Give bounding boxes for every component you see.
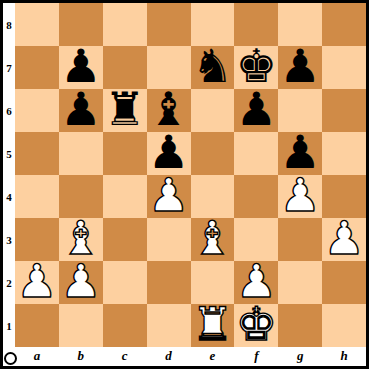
square-a2[interactable]: ♟ bbox=[15, 261, 59, 304]
square-e5[interactable] bbox=[191, 132, 235, 175]
square-c8[interactable] bbox=[103, 3, 147, 46]
square-c3[interactable] bbox=[103, 218, 147, 261]
square-e6[interactable] bbox=[191, 89, 235, 132]
rank-label-3: 3 bbox=[3, 218, 15, 261]
white-pawn: ♟ bbox=[60, 260, 101, 303]
file-label-a: a bbox=[15, 347, 59, 366]
file-labels: abcdefgh bbox=[15, 347, 366, 366]
square-h3[interactable]: ♟ bbox=[322, 218, 366, 261]
square-c5[interactable] bbox=[103, 132, 147, 175]
rank-label-1: 1 bbox=[3, 304, 15, 347]
square-a7[interactable] bbox=[15, 46, 59, 89]
file-label-g: g bbox=[278, 347, 322, 366]
square-d8[interactable] bbox=[147, 3, 191, 46]
square-a5[interactable] bbox=[15, 132, 59, 175]
square-f6[interactable]: ♟ bbox=[234, 89, 278, 132]
rank-label-7: 7 bbox=[3, 46, 15, 89]
square-g7[interactable]: ♟ bbox=[278, 46, 322, 89]
white-to-move-indicator bbox=[4, 352, 17, 365]
rank-labels: 87654321 bbox=[3, 3, 15, 347]
file-label-f: f bbox=[234, 347, 278, 366]
square-c6[interactable]: ♜ bbox=[103, 89, 147, 132]
black-rook: ♜ bbox=[104, 88, 145, 131]
white-rook: ♜ bbox=[192, 303, 233, 346]
black-pawn: ♟ bbox=[236, 88, 277, 131]
square-h6[interactable] bbox=[322, 89, 366, 132]
square-g1[interactable] bbox=[278, 304, 322, 347]
rank-label-8: 8 bbox=[3, 3, 15, 46]
white-bishop: ♝ bbox=[192, 217, 233, 260]
square-h1[interactable] bbox=[322, 304, 366, 347]
square-h5[interactable] bbox=[322, 132, 366, 175]
square-d3[interactable] bbox=[147, 218, 191, 261]
white-pawn: ♟ bbox=[148, 174, 189, 217]
chess-diagram: 87654321 ♟♞♚♟♟♜♝♟♟♟♟♟♝♝♟♟♟♟♜♚ abcdefgh bbox=[0, 0, 369, 369]
file-label-e: e bbox=[191, 347, 235, 366]
square-b6[interactable]: ♟ bbox=[59, 89, 103, 132]
file-label-c: c bbox=[103, 347, 147, 366]
white-pawn: ♟ bbox=[323, 217, 364, 260]
square-a4[interactable] bbox=[15, 175, 59, 218]
square-a6[interactable] bbox=[15, 89, 59, 132]
square-d1[interactable] bbox=[147, 304, 191, 347]
white-pawn: ♟ bbox=[280, 174, 321, 217]
black-pawn: ♟ bbox=[280, 45, 321, 88]
square-g2[interactable] bbox=[278, 261, 322, 304]
rank-label-5: 5 bbox=[3, 132, 15, 175]
square-a8[interactable] bbox=[15, 3, 59, 46]
square-e1[interactable]: ♜ bbox=[191, 304, 235, 347]
square-e3[interactable]: ♝ bbox=[191, 218, 235, 261]
white-king: ♚ bbox=[236, 303, 277, 346]
square-c2[interactable] bbox=[103, 261, 147, 304]
rank-label-2: 2 bbox=[3, 261, 15, 304]
file-label-b: b bbox=[59, 347, 103, 366]
chess-board: ♟♞♚♟♟♜♝♟♟♟♟♟♝♝♟♟♟♟♜♚ bbox=[15, 3, 366, 347]
square-d4[interactable]: ♟ bbox=[147, 175, 191, 218]
square-b1[interactable] bbox=[59, 304, 103, 347]
square-f1[interactable]: ♚ bbox=[234, 304, 278, 347]
square-h8[interactable] bbox=[322, 3, 366, 46]
rank-label-4: 4 bbox=[3, 175, 15, 218]
square-f4[interactable] bbox=[234, 175, 278, 218]
square-h7[interactable] bbox=[322, 46, 366, 89]
square-g4[interactable]: ♟ bbox=[278, 175, 322, 218]
square-c1[interactable] bbox=[103, 304, 147, 347]
rank-label-6: 6 bbox=[3, 89, 15, 132]
square-g3[interactable] bbox=[278, 218, 322, 261]
square-d2[interactable] bbox=[147, 261, 191, 304]
square-e7[interactable]: ♞ bbox=[191, 46, 235, 89]
square-a1[interactable] bbox=[15, 304, 59, 347]
square-c4[interactable] bbox=[103, 175, 147, 218]
black-pawn: ♟ bbox=[60, 88, 101, 131]
square-b5[interactable] bbox=[59, 132, 103, 175]
square-h2[interactable] bbox=[322, 261, 366, 304]
square-f5[interactable] bbox=[234, 132, 278, 175]
file-label-d: d bbox=[147, 347, 191, 366]
file-label-h: h bbox=[322, 347, 366, 366]
white-pawn: ♟ bbox=[16, 260, 57, 303]
black-knight: ♞ bbox=[192, 45, 233, 88]
square-b2[interactable]: ♟ bbox=[59, 261, 103, 304]
